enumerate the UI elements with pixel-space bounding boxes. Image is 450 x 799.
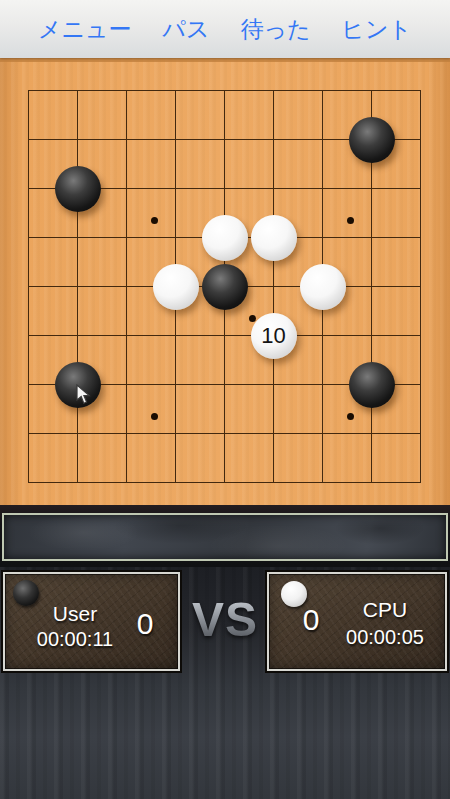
star-point (151, 413, 158, 420)
menu-bar: メニュー パス 待った ヒント (0, 0, 450, 58)
cpu-score-panel: 0 CPU 00:00:05 (267, 572, 447, 671)
star-point (347, 413, 354, 420)
black-stone (349, 117, 395, 163)
black-stone (55, 166, 101, 212)
menu-button[interactable]: メニュー (38, 18, 132, 41)
undo-button[interactable]: 待った (240, 18, 310, 41)
white-stone (202, 215, 248, 261)
star-point (151, 217, 158, 224)
go-board[interactable]: 10 (0, 58, 450, 505)
white-stone (251, 215, 297, 261)
ad-banner (2, 513, 448, 561)
black-stone (349, 362, 395, 408)
scoreboard: User 00:00:11 0 VS 0 CPU 00:00:05 (0, 567, 450, 799)
star-point (347, 217, 354, 224)
white-stone (300, 264, 346, 310)
black-stone (202, 264, 248, 310)
mouse-cursor (76, 384, 91, 405)
cpu-name: CPU (325, 598, 445, 621)
white-stone: 10 (251, 313, 297, 359)
pass-button[interactable]: パス (162, 18, 209, 41)
move-number-label: 10 (251, 313, 297, 359)
hint-button[interactable]: ヒント (341, 18, 412, 41)
banner-zone (0, 505, 450, 567)
white-stone (153, 264, 199, 310)
go-board-grid[interactable]: 10 (28, 90, 421, 483)
cpu-timer: 00:00:05 (325, 626, 445, 648)
